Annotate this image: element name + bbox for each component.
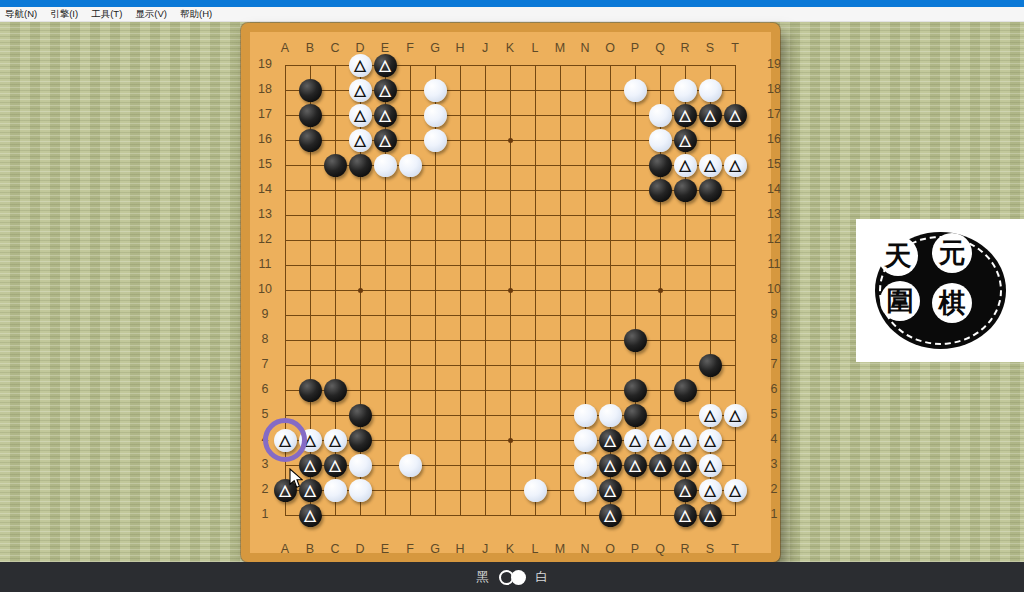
triangle-mark: △ [679,432,691,447]
coord-label-col-S-top: S [699,41,721,55]
coord-label-row-15-left: 15 [254,157,276,171]
stone-black-R17-triangle: △ [674,104,697,127]
stone-black-D5 [349,404,372,427]
coord-label-row-13-right: 13 [763,207,785,221]
coord-label-row-9-left: 9 [254,307,276,321]
bottom-status-bar: 黑 白 [0,562,1024,592]
triangle-mark: △ [679,132,691,147]
coord-label-col-C-bottom: C [324,542,346,556]
coord-label-row-19-left: 19 [254,57,276,71]
coord-label-row-1-right: 1 [763,507,785,521]
triangle-mark: △ [729,482,741,497]
coord-label-row-7-left: 7 [254,357,276,371]
coord-label-col-Q-top: Q [649,41,671,55]
triangle-mark: △ [354,132,366,147]
stone-black-B18 [299,79,322,102]
coord-label-col-K-top: K [499,41,521,55]
coord-label-row-18-left: 18 [254,82,276,96]
coord-label-row-2-left: 2 [254,482,276,496]
stone-black-D4 [349,429,372,452]
coord-label-row-7-right: 7 [763,357,785,371]
white-toggle-label: 白 [536,569,549,586]
stone-white-T5-triangle: △ [724,404,747,427]
coord-label-col-F-bottom: F [399,542,421,556]
coord-label-row-8-left: 8 [254,332,276,346]
coord-label-row-10-right: 10 [763,282,785,296]
coord-label-col-S-bottom: S [699,542,721,556]
triangle-mark: △ [629,457,641,472]
stone-white-R4-triangle: △ [674,429,697,452]
stone-black-P3-triangle: △ [624,454,647,477]
stone-white-N4 [574,429,597,452]
triangle-mark: △ [654,432,666,447]
triangle-mark: △ [304,507,316,522]
stone-white-D17-triangle: △ [349,104,372,127]
triangle-mark: △ [704,507,716,522]
coord-label-row-17-left: 17 [254,107,276,121]
coord-label-col-E-top: E [374,41,396,55]
stone-white-S3-triangle: △ [699,454,722,477]
triangle-mark: △ [304,457,316,472]
stone-black-R16-triangle: △ [674,129,697,152]
triangle-mark: △ [729,407,741,422]
stone-black-P5 [624,404,647,427]
stone-black-E16-triangle: △ [374,129,397,152]
stone-white-D2 [349,479,372,502]
coord-label-row-3-left: 3 [254,457,276,471]
triangle-mark: △ [379,132,391,147]
stone-black-E17-triangle: △ [374,104,397,127]
coord-label-col-D-top: D [349,41,371,55]
triangle-mark: △ [629,432,641,447]
triangle-mark: △ [279,432,291,447]
stone-white-G18 [424,79,447,102]
stone-white-D3 [349,454,372,477]
coord-label-row-14-right: 14 [763,182,785,196]
board-grid[interactable]: △△△△△△△△△△△△△△△△△△△△△△△△△△△△△△△△△△△△△△△△… [285,65,736,516]
stone-white-D18-triangle: △ [349,79,372,102]
coord-label-row-6-right: 6 [763,382,785,396]
triangle-mark: △ [729,157,741,172]
coord-label-row-15-right: 15 [763,157,785,171]
coord-label-col-E-bottom: E [374,542,396,556]
stone-black-B1-triangle: △ [299,504,322,527]
stone-white-G17 [424,104,447,127]
coord-label-col-O-top: O [599,41,621,55]
triangle-mark: △ [704,107,716,122]
stone-black-C3-triangle: △ [324,454,347,477]
triangle-mark: △ [379,107,391,122]
coord-label-row-2-right: 2 [763,482,785,496]
coord-label-row-5-left: 5 [254,407,276,421]
coord-label-col-B-top: B [299,41,321,55]
coord-label-col-G-bottom: G [424,542,446,556]
coord-label-row-8-right: 8 [763,332,785,346]
stone-white-D16-triangle: △ [349,129,372,152]
stone-white-N2 [574,479,597,502]
coord-label-col-R-bottom: R [674,542,696,556]
stone-white-F3 [399,454,422,477]
stone-black-O3-triangle: △ [599,454,622,477]
stone-black-O2-triangle: △ [599,479,622,502]
triangle-mark: △ [704,157,716,172]
triangle-mark: △ [604,507,616,522]
coord-label-row-1-left: 1 [254,507,276,521]
logo-char-tian: 天 [878,236,918,276]
stone-black-B16 [299,129,322,152]
triangle-mark: △ [679,507,691,522]
menu-item-4[interactable]: 帮助(H) [180,8,212,21]
coord-label-row-9-right: 9 [763,307,785,321]
coord-label-col-J-bottom: J [474,542,496,556]
stone-white-R18 [674,79,697,102]
app-window: 导航(N)引擎(I)工具(T)显示(V)帮助(H) △△△△△△△△△△△△△△… [0,0,1024,592]
stone-black-C15 [324,154,347,177]
stone-black-Q14 [649,179,672,202]
logo-char-yuan: 元 [932,233,972,273]
triangle-mark: △ [729,107,741,122]
go-board[interactable]: △△△△△△△△△△△△△△△△△△△△△△△△△△△△△△△△△△△△△△△△… [241,23,780,562]
coord-label-row-12-left: 12 [254,232,276,246]
coord-label-row-16-left: 16 [254,132,276,146]
stone-white-N3 [574,454,597,477]
triangle-mark: △ [704,407,716,422]
stone-white-A4-triangle: △ [274,429,297,452]
stone-white-C2 [324,479,347,502]
coord-label-col-N-top: N [574,41,596,55]
stone-black-B17 [299,104,322,127]
stone-black-Q15 [649,154,672,177]
triangle-mark: △ [679,107,691,122]
stone-white-S15-triangle: △ [699,154,722,177]
triangle-mark: △ [304,482,316,497]
coord-label-col-O-bottom: O [599,542,621,556]
triangle-mark: △ [604,457,616,472]
star-point-K10 [508,288,513,293]
menu-item-1[interactable]: 引擎(I) [50,8,78,21]
stone-black-E18-triangle: △ [374,79,397,102]
coord-label-col-L-bottom: L [524,542,546,556]
coord-label-row-4-left: 4 [254,432,276,446]
stone-black-E19-triangle: △ [374,54,397,77]
coord-label-col-J-top: J [474,41,496,55]
stone-black-D15 [349,154,372,177]
stone-white-S5-triangle: △ [699,404,722,427]
stone-white-B4-triangle: △ [299,429,322,452]
stone-black-S17-triangle: △ [699,104,722,127]
triangle-mark: △ [679,457,691,472]
coord-label-col-C-top: C [324,41,346,55]
logo-char-wei: 圍 [880,281,920,321]
tianyuan-go-logo: 天 元 圍 棋 [856,219,1024,362]
black-white-toggle[interactable] [499,570,526,585]
stone-white-S4-triangle: △ [699,429,722,452]
stone-white-S18 [699,79,722,102]
mouse-cursor-icon [289,468,303,489]
stone-white-F15 [399,154,422,177]
coord-label-col-F-top: F [399,41,421,55]
triangle-mark: △ [654,457,666,472]
coord-label-col-D-bottom: D [349,542,371,556]
stone-white-Q4-triangle: △ [649,429,672,452]
coord-label-row-19-right: 19 [763,57,785,71]
coord-label-col-A-top: A [274,41,296,55]
coord-label-row-14-left: 14 [254,182,276,196]
stone-white-D19-triangle: △ [349,54,372,77]
stone-white-S2-triangle: △ [699,479,722,502]
stone-black-S14 [699,179,722,202]
toggle-knob [511,570,526,585]
stone-black-R6 [674,379,697,402]
coord-label-row-12-right: 12 [763,232,785,246]
triangle-mark: △ [704,482,716,497]
menu-item-0[interactable]: 导航(N) [5,8,37,21]
stone-black-R1-triangle: △ [674,504,697,527]
coord-label-col-G-top: G [424,41,446,55]
stone-black-C6 [324,379,347,402]
triangle-mark: △ [329,432,341,447]
stone-black-Q3-triangle: △ [649,454,672,477]
stone-white-L2 [524,479,547,502]
coord-label-row-17-right: 17 [763,107,785,121]
stone-black-S7 [699,354,722,377]
stone-white-T2-triangle: △ [724,479,747,502]
triangle-mark: △ [604,432,616,447]
triangle-mark: △ [354,57,366,72]
coord-label-row-5-right: 5 [763,407,785,421]
stone-black-R14 [674,179,697,202]
coord-label-row-13-left: 13 [254,207,276,221]
stone-white-P4-triangle: △ [624,429,647,452]
triangle-mark: △ [354,82,366,97]
stone-white-Q17 [649,104,672,127]
coord-label-col-Q-bottom: Q [649,542,671,556]
triangle-mark: △ [329,457,341,472]
stone-white-O5 [599,404,622,427]
logo-char-qi: 棋 [932,283,972,323]
menu-item-3[interactable]: 显示(V) [135,8,167,21]
coord-label-col-R-top: R [674,41,696,55]
coord-label-col-L-top: L [524,41,546,55]
coord-label-col-P-bottom: P [624,542,646,556]
coord-label-row-6-left: 6 [254,382,276,396]
stone-black-S1-triangle: △ [699,504,722,527]
coord-label-col-P-top: P [624,41,646,55]
stone-white-N5 [574,404,597,427]
coord-label-col-B-bottom: B [299,542,321,556]
coord-label-col-H-bottom: H [449,542,471,556]
coord-label-col-N-bottom: N [574,542,596,556]
coord-label-row-3-right: 3 [763,457,785,471]
stone-black-R2-triangle: △ [674,479,697,502]
triangle-mark: △ [604,482,616,497]
stone-black-O4-triangle: △ [599,429,622,452]
stone-white-G16 [424,129,447,152]
triangle-mark: △ [304,432,316,447]
stone-white-E15 [374,154,397,177]
menu-bar: 导航(N)引擎(I)工具(T)显示(V)帮助(H) [0,7,1024,22]
menu-item-2[interactable]: 工具(T) [91,8,122,21]
stone-black-P8 [624,329,647,352]
coord-label-row-18-right: 18 [763,82,785,96]
coord-label-col-M-bottom: M [549,542,571,556]
coord-label-col-A-bottom: A [274,542,296,556]
stone-white-R15-triangle: △ [674,154,697,177]
coord-label-col-T-bottom: T [724,542,746,556]
triangle-mark: △ [379,82,391,97]
triangle-mark: △ [354,107,366,122]
coord-label-row-11-left: 11 [254,257,276,271]
coord-label-row-16-right: 16 [763,132,785,146]
coord-label-row-11-right: 11 [763,257,785,271]
coord-label-col-K-bottom: K [499,542,521,556]
stone-black-R3-triangle: △ [674,454,697,477]
stone-black-O1-triangle: △ [599,504,622,527]
stone-black-B6 [299,379,322,402]
star-point-D10 [358,288,363,293]
stone-white-T15-triangle: △ [724,154,747,177]
stone-black-T17-triangle: △ [724,104,747,127]
coord-label-row-10-left: 10 [254,282,276,296]
coord-label-col-M-top: M [549,41,571,55]
stone-black-P6 [624,379,647,402]
tatami-background: △△△△△△△△△△△△△△△△△△△△△△△△△△△△△△△△△△△△△△△△… [0,22,1024,562]
stone-white-C4-triangle: △ [324,429,347,452]
coord-label-col-H-top: H [449,41,471,55]
triangle-mark: △ [704,432,716,447]
triangle-mark: △ [379,57,391,72]
coord-label-col-T-top: T [724,41,746,55]
black-toggle-label: 黑 [476,569,489,586]
coord-label-row-4-right: 4 [763,432,785,446]
triangle-mark: △ [679,157,691,172]
triangle-mark: △ [679,482,691,497]
triangle-mark: △ [704,457,716,472]
star-point-Q10 [658,288,663,293]
window-title-bar[interactable] [0,0,1024,7]
stone-white-P18 [624,79,647,102]
stone-white-Q16 [649,129,672,152]
star-point-K4 [508,438,513,443]
star-point-K16 [508,138,513,143]
